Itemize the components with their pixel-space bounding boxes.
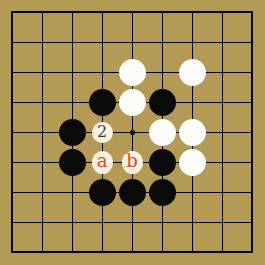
board-point[interactable] [147, 237, 177, 265]
go-board: 2ab [0, 0, 265, 265]
board-point[interactable] [0, 117, 27, 147]
board-point[interactable] [0, 177, 27, 207]
white-stone[interactable] [119, 89, 146, 116]
board-point[interactable] [87, 0, 117, 27]
board-cells: 2ab [0, 0, 265, 265]
board-point[interactable] [237, 147, 265, 177]
board-point[interactable] [147, 27, 177, 57]
board-point[interactable] [207, 237, 237, 265]
white-stone[interactable] [179, 59, 206, 86]
board-point[interactable] [87, 207, 117, 237]
board-point[interactable] [57, 117, 87, 147]
board-point[interactable] [57, 177, 87, 207]
board-point[interactable] [117, 27, 147, 57]
board-point[interactable] [207, 27, 237, 57]
board-point[interactable] [237, 0, 265, 27]
board-point[interactable] [207, 207, 237, 237]
board-point[interactable] [117, 57, 147, 87]
board-point[interactable] [57, 237, 87, 265]
board-point[interactable] [0, 207, 27, 237]
white-stone[interactable] [119, 59, 146, 86]
board-point[interactable] [207, 117, 237, 147]
board-point[interactable] [237, 87, 265, 117]
board-point[interactable]: a [87, 147, 117, 177]
black-stone[interactable] [149, 89, 176, 116]
board-point[interactable] [147, 87, 177, 117]
board-point[interactable] [237, 57, 265, 87]
board-point[interactable] [177, 207, 207, 237]
board-point[interactable] [27, 207, 57, 237]
board-point[interactable] [237, 237, 265, 265]
board-point[interactable] [177, 237, 207, 265]
board-point[interactable] [57, 0, 87, 27]
board-point[interactable] [27, 57, 57, 87]
board-point[interactable] [27, 27, 57, 57]
board-point[interactable] [207, 57, 237, 87]
board-point[interactable] [117, 117, 147, 147]
board-point[interactable]: 2 [87, 117, 117, 147]
board-point[interactable] [57, 57, 87, 87]
black-stone[interactable] [149, 149, 176, 176]
board-point[interactable] [0, 147, 27, 177]
board-point[interactable] [57, 147, 87, 177]
white-stone[interactable] [179, 149, 206, 176]
board-point[interactable] [27, 177, 57, 207]
marker-2[interactable]: 2 [92, 122, 113, 143]
board-point[interactable] [207, 87, 237, 117]
board-point[interactable] [57, 27, 87, 57]
board-point[interactable] [147, 207, 177, 237]
board-point[interactable] [147, 147, 177, 177]
board-point[interactable] [27, 237, 57, 265]
white-stone[interactable] [149, 119, 176, 146]
board-point[interactable] [0, 87, 27, 117]
board-point[interactable] [117, 87, 147, 117]
board-point[interactable] [147, 0, 177, 27]
board-point[interactable] [177, 117, 207, 147]
board-point[interactable] [87, 87, 117, 117]
board-point[interactable] [87, 27, 117, 57]
board-point[interactable] [87, 237, 117, 265]
board-point[interactable] [177, 147, 207, 177]
board-point[interactable] [117, 0, 147, 27]
board-point[interactable] [27, 117, 57, 147]
board-point[interactable] [87, 177, 117, 207]
board-point[interactable] [0, 0, 27, 27]
board-point[interactable] [0, 237, 27, 265]
board-point[interactable] [0, 57, 27, 87]
board-point[interactable] [27, 0, 57, 27]
black-stone[interactable] [89, 179, 116, 206]
board-point[interactable] [117, 207, 147, 237]
board-point[interactable]: b [117, 147, 147, 177]
board-point[interactable] [177, 57, 207, 87]
board-point[interactable] [207, 0, 237, 27]
black-stone[interactable] [59, 149, 86, 176]
board-point[interactable] [87, 57, 117, 87]
board-point[interactable] [177, 27, 207, 57]
board-point[interactable] [177, 87, 207, 117]
board-point[interactable] [117, 177, 147, 207]
board-point[interactable] [27, 147, 57, 177]
black-stone[interactable] [89, 89, 116, 116]
marker-a[interactable]: a [92, 151, 113, 174]
black-stone[interactable] [149, 179, 176, 206]
board-point[interactable] [147, 117, 177, 147]
black-stone[interactable] [59, 119, 86, 146]
board-point[interactable] [207, 147, 237, 177]
board-point[interactable] [147, 177, 177, 207]
star-point [130, 130, 135, 135]
board-point[interactable] [0, 27, 27, 57]
board-point[interactable] [147, 57, 177, 87]
board-point[interactable] [177, 177, 207, 207]
board-point[interactable] [117, 237, 147, 265]
white-stone[interactable] [179, 119, 206, 146]
board-point[interactable] [57, 207, 87, 237]
board-point[interactable] [237, 207, 265, 237]
black-stone[interactable] [119, 179, 146, 206]
board-point[interactable] [207, 177, 237, 207]
board-point[interactable] [27, 87, 57, 117]
board-point[interactable] [177, 0, 207, 27]
board-point[interactable] [57, 87, 87, 117]
board-point[interactable] [237, 27, 265, 57]
board-point[interactable] [237, 117, 265, 147]
marker-b[interactable]: b [122, 151, 143, 174]
board-point[interactable] [237, 177, 265, 207]
